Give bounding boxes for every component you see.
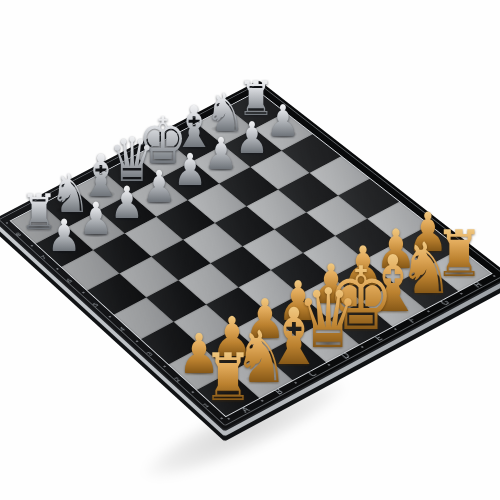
piece-silver-pawn-a7[interactable]: ♟ [44, 214, 84, 259]
silver-pawn-glyph: ♟ [47, 214, 81, 259]
chess-set-photo: A8B7C6D5E4F3G2H1 ♜♞♝♛♚♝♞♜♟♟♟♟♟♟♟♟♟♟♟♟♟♟♟… [0, 0, 500, 500]
gold-rook-glyph: ♜ [203, 345, 253, 411]
piece-gold-rook-a1[interactable]: ♜ [199, 345, 258, 411]
